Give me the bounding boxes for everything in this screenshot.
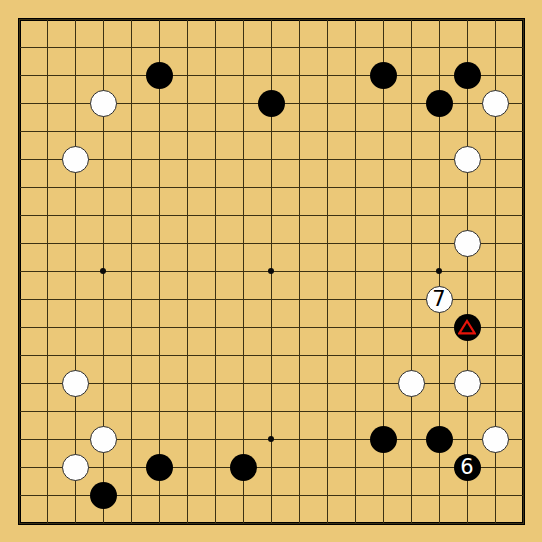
- star-point: [436, 268, 442, 274]
- black-stone: [90, 482, 117, 509]
- black-stone: [146, 62, 173, 89]
- white-stone: [454, 146, 481, 173]
- black-stone: [454, 62, 481, 89]
- black-stone: [370, 426, 397, 453]
- white-stone: [398, 370, 425, 397]
- white-stone: [62, 146, 89, 173]
- white-stone: [482, 90, 509, 117]
- black-stone: [146, 454, 173, 481]
- black-stone: [426, 426, 453, 453]
- go-board[interactable]: 67: [0, 0, 542, 542]
- star-point: [100, 268, 106, 274]
- white-stone: [90, 90, 117, 117]
- white-stone: [90, 426, 117, 453]
- star-point: [268, 268, 274, 274]
- white-stone: [62, 370, 89, 397]
- black-stone-triangle-marked: [454, 314, 481, 341]
- go-diagram: 67: [0, 0, 542, 542]
- star-point: [268, 436, 274, 442]
- black-stone: [230, 454, 257, 481]
- white-stone: [454, 370, 481, 397]
- white-stone-numbered: 7: [426, 286, 453, 313]
- black-stone: [370, 62, 397, 89]
- white-stone: [62, 454, 89, 481]
- black-stone-numbered: 6: [454, 454, 481, 481]
- black-stone: [258, 90, 285, 117]
- white-stone: [482, 426, 509, 453]
- triangle-mark-icon: [458, 319, 476, 335]
- black-stone: [426, 90, 453, 117]
- white-stone: [454, 230, 481, 257]
